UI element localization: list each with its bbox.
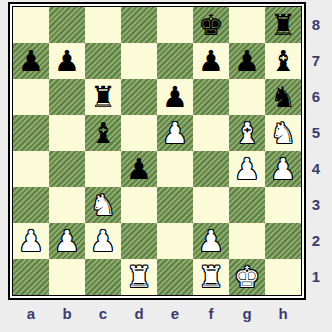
white-pawn-a2[interactable]: ♟ bbox=[18, 223, 44, 259]
white-knight-h5[interactable]: ♞ bbox=[270, 115, 296, 151]
square-b8[interactable] bbox=[49, 7, 85, 43]
square-h6[interactable]: ♞ bbox=[265, 79, 301, 115]
rank-label-5: 5 bbox=[304, 115, 328, 151]
chess-diagram: ♚♜♟♟♟♟♝♜♟♞♝♟♝♞♟♟♟♞♟♟♟♟♜♜♚ abcdefgh 87654… bbox=[0, 0, 332, 332]
black-pawn-f7[interactable]: ♟ bbox=[198, 43, 224, 79]
square-c5[interactable]: ♝ bbox=[85, 115, 121, 151]
square-h1[interactable] bbox=[265, 259, 301, 295]
file-labels: abcdefgh bbox=[13, 301, 301, 327]
square-g3[interactable] bbox=[229, 187, 265, 223]
square-a8[interactable] bbox=[13, 7, 49, 43]
white-pawn-c2[interactable]: ♟ bbox=[90, 223, 116, 259]
square-c2[interactable]: ♟ bbox=[85, 223, 121, 259]
black-king-f8[interactable]: ♚ bbox=[198, 7, 224, 43]
black-pawn-e6[interactable]: ♟ bbox=[162, 79, 188, 115]
square-c7[interactable] bbox=[85, 43, 121, 79]
square-a1[interactable] bbox=[13, 259, 49, 295]
square-e6[interactable]: ♟ bbox=[157, 79, 193, 115]
square-d1[interactable]: ♜ bbox=[121, 259, 157, 295]
square-f6[interactable] bbox=[193, 79, 229, 115]
square-c1[interactable] bbox=[85, 259, 121, 295]
file-label-a: a bbox=[13, 301, 49, 327]
rank-label-7: 7 bbox=[304, 43, 328, 79]
square-d6[interactable] bbox=[121, 79, 157, 115]
black-pawn-g7[interactable]: ♟ bbox=[234, 43, 260, 79]
square-a2[interactable]: ♟ bbox=[13, 223, 49, 259]
file-label-b: b bbox=[49, 301, 85, 327]
square-d7[interactable] bbox=[121, 43, 157, 79]
square-d5[interactable] bbox=[121, 115, 157, 151]
black-pawn-a7[interactable]: ♟ bbox=[18, 43, 44, 79]
black-pawn-d4[interactable]: ♟ bbox=[126, 151, 152, 187]
square-b2[interactable]: ♟ bbox=[49, 223, 85, 259]
square-e3[interactable] bbox=[157, 187, 193, 223]
white-king-g1[interactable]: ♚ bbox=[234, 259, 260, 295]
white-pawn-g4[interactable]: ♟ bbox=[234, 151, 260, 187]
rank-label-4: 4 bbox=[304, 151, 328, 187]
square-e1[interactable] bbox=[157, 259, 193, 295]
black-pawn-b7[interactable]: ♟ bbox=[54, 43, 80, 79]
square-g5[interactable]: ♝ bbox=[229, 115, 265, 151]
square-h5[interactable]: ♞ bbox=[265, 115, 301, 151]
square-b3[interactable] bbox=[49, 187, 85, 223]
square-a4[interactable] bbox=[13, 151, 49, 187]
square-g2[interactable] bbox=[229, 223, 265, 259]
white-pawn-b2[interactable]: ♟ bbox=[54, 223, 80, 259]
square-d2[interactable] bbox=[121, 223, 157, 259]
square-c6[interactable]: ♜ bbox=[85, 79, 121, 115]
square-e7[interactable] bbox=[157, 43, 193, 79]
square-f4[interactable] bbox=[193, 151, 229, 187]
square-b6[interactable] bbox=[49, 79, 85, 115]
square-c3[interactable]: ♞ bbox=[85, 187, 121, 223]
square-f2[interactable]: ♟ bbox=[193, 223, 229, 259]
square-c8[interactable] bbox=[85, 7, 121, 43]
square-e8[interactable] bbox=[157, 7, 193, 43]
white-rook-d1[interactable]: ♜ bbox=[126, 259, 152, 295]
square-g1[interactable]: ♚ bbox=[229, 259, 265, 295]
rank-labels: 87654321 bbox=[304, 7, 328, 295]
white-bishop-g5[interactable]: ♝ bbox=[234, 115, 260, 151]
white-rook-f1[interactable]: ♜ bbox=[198, 259, 224, 295]
file-label-d: d bbox=[121, 301, 157, 327]
square-f1[interactable]: ♜ bbox=[193, 259, 229, 295]
black-rook-h8[interactable]: ♜ bbox=[270, 7, 296, 43]
file-label-c: c bbox=[85, 301, 121, 327]
square-d4[interactable]: ♟ bbox=[121, 151, 157, 187]
file-label-h: h bbox=[265, 301, 301, 327]
square-f3[interactable] bbox=[193, 187, 229, 223]
square-g6[interactable] bbox=[229, 79, 265, 115]
white-pawn-e5[interactable]: ♟ bbox=[162, 115, 188, 151]
square-a3[interactable] bbox=[13, 187, 49, 223]
file-label-f: f bbox=[193, 301, 229, 327]
square-d8[interactable] bbox=[121, 7, 157, 43]
square-b4[interactable] bbox=[49, 151, 85, 187]
square-b5[interactable] bbox=[49, 115, 85, 151]
rank-label-3: 3 bbox=[304, 187, 328, 223]
black-knight-h6[interactable]: ♞ bbox=[270, 79, 296, 115]
square-d3[interactable] bbox=[121, 187, 157, 223]
file-label-g: g bbox=[229, 301, 265, 327]
file-label-e: e bbox=[157, 301, 193, 327]
square-b7[interactable]: ♟ bbox=[49, 43, 85, 79]
rank-label-1: 1 bbox=[304, 259, 328, 295]
rank-label-8: 8 bbox=[304, 7, 328, 43]
board-frame: ♚♜♟♟♟♟♝♜♟♞♝♟♝♞♟♟♟♞♟♟♟♟♜♜♚ bbox=[8, 2, 306, 300]
square-g4[interactable]: ♟ bbox=[229, 151, 265, 187]
square-a7[interactable]: ♟ bbox=[13, 43, 49, 79]
square-h2[interactable] bbox=[265, 223, 301, 259]
white-pawn-h4[interactable]: ♟ bbox=[270, 151, 296, 187]
black-bishop-h7[interactable]: ♝ bbox=[270, 43, 296, 79]
rank-label-6: 6 bbox=[304, 79, 328, 115]
square-h4[interactable]: ♟ bbox=[265, 151, 301, 187]
square-f7[interactable]: ♟ bbox=[193, 43, 229, 79]
square-g7[interactable]: ♟ bbox=[229, 43, 265, 79]
square-e2[interactable] bbox=[157, 223, 193, 259]
square-h8[interactable]: ♜ bbox=[265, 7, 301, 43]
white-pawn-f2[interactable]: ♟ bbox=[198, 223, 224, 259]
square-h7[interactable]: ♝ bbox=[265, 43, 301, 79]
square-f8[interactable]: ♚ bbox=[193, 7, 229, 43]
black-rook-c6[interactable]: ♜ bbox=[90, 79, 116, 115]
square-h3[interactable] bbox=[265, 187, 301, 223]
square-f5[interactable] bbox=[193, 115, 229, 151]
square-e5[interactable]: ♟ bbox=[157, 115, 193, 151]
square-g8[interactable] bbox=[229, 7, 265, 43]
square-c4[interactable] bbox=[85, 151, 121, 187]
rank-label-2: 2 bbox=[304, 223, 328, 259]
black-bishop-c5[interactable]: ♝ bbox=[90, 115, 116, 151]
board: ♚♜♟♟♟♟♝♜♟♞♝♟♝♞♟♟♟♞♟♟♟♟♜♜♚ bbox=[12, 6, 302, 296]
square-b1[interactable] bbox=[49, 259, 85, 295]
square-e4[interactable] bbox=[157, 151, 193, 187]
square-a5[interactable] bbox=[13, 115, 49, 151]
white-knight-c3[interactable]: ♞ bbox=[90, 187, 116, 223]
square-a6[interactable] bbox=[13, 79, 49, 115]
